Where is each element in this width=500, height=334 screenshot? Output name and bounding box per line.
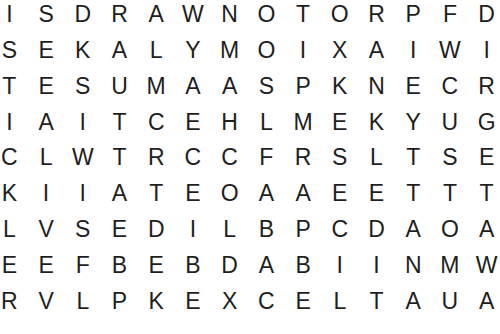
grid-cell-r8c1[interactable]: E	[0, 247, 28, 283]
grid-cell-r7c4[interactable]: E	[101, 212, 138, 248]
grid-cell-r2c13[interactable]: W	[432, 33, 469, 69]
grid-cell-r6c3[interactable]: I	[64, 176, 101, 212]
grid-cell-r7c1[interactable]: L	[0, 212, 28, 248]
grid-cell-r3c14[interactable]: R	[468, 69, 500, 105]
grid-cell-r6c2[interactable]: I	[28, 176, 65, 212]
grid-cell-r1c6[interactable]: W	[175, 0, 212, 33]
grid-cell-r2c1[interactable]: S	[0, 33, 28, 69]
grid-cell-r7c13[interactable]: O	[432, 212, 469, 248]
grid-cell-r8c10[interactable]: I	[321, 247, 358, 283]
grid-cell-r4c11[interactable]: K	[358, 104, 395, 140]
grid-cell-r5c5[interactable]: R	[138, 140, 175, 176]
grid-cell-r5c13[interactable]: S	[432, 140, 469, 176]
grid-cell-r3c4[interactable]: U	[101, 69, 138, 105]
grid-cell-r3c1[interactable]: T	[0, 69, 28, 105]
grid-cell-r3c3[interactable]: S	[64, 69, 101, 105]
grid-cell-r1c1[interactable]: I	[0, 0, 28, 33]
grid-cell-r5c10[interactable]: S	[321, 140, 358, 176]
grid-cell-r8c8[interactable]: A	[248, 247, 285, 283]
grid-cell-r3c11[interactable]: N	[358, 69, 395, 105]
grid-cell-r4c4[interactable]: T	[101, 104, 138, 140]
grid-cell-r7c9[interactable]: P	[285, 212, 322, 248]
grid-cell-r8c12[interactable]: N	[395, 247, 432, 283]
grid-cell-r8c9[interactable]: B	[285, 247, 322, 283]
grid-cell-r9c11[interactable]: T	[358, 283, 395, 319]
grid-cell-r4c5[interactable]: C	[138, 104, 175, 140]
grid-cell-r2c6[interactable]: Y	[175, 33, 212, 69]
grid-cell-r1c14[interactable]: D	[468, 0, 500, 33]
grid-cell-r9c3[interactable]: L	[64, 283, 101, 319]
grid-cell-r5c3[interactable]: W	[64, 140, 101, 176]
grid-cell-r1c11[interactable]: R	[358, 0, 395, 33]
grid-cell-r3c12[interactable]: E	[395, 69, 432, 105]
grid-cell-r4c3[interactable]: I	[64, 104, 101, 140]
grid-cell-r8c14[interactable]: W	[468, 247, 500, 283]
grid-cell-r5c8[interactable]: F	[248, 140, 285, 176]
grid-cell-r8c6[interactable]: B	[175, 247, 212, 283]
grid-cell-r9c6[interactable]: E	[175, 283, 212, 319]
grid-cell-r1c3[interactable]: D	[64, 0, 101, 33]
grid-cell-r9c9[interactable]: E	[285, 283, 322, 319]
grid-cell-r4c6[interactable]: E	[175, 104, 212, 140]
grid-cell-r9c12[interactable]: A	[395, 283, 432, 319]
grid-cell-r1c9[interactable]: T	[285, 0, 322, 33]
grid-cell-r5c2[interactable]: L	[28, 140, 65, 176]
grid-cell-r3c7[interactable]: A	[211, 69, 248, 105]
grid-cell-r9c13[interactable]: U	[432, 283, 469, 319]
grid-cell-r8c4[interactable]: B	[101, 247, 138, 283]
grid-cell-r6c6[interactable]: E	[175, 176, 212, 212]
grid-cell-r2c11[interactable]: A	[358, 33, 395, 69]
grid-cell-r1c13[interactable]: F	[432, 0, 469, 33]
grid-cell-r7c2[interactable]: V	[28, 212, 65, 248]
grid-cell-r9c8[interactable]: C	[248, 283, 285, 319]
grid-cell-r4c2[interactable]: A	[28, 104, 65, 140]
grid-cell-r2c12[interactable]: I	[395, 33, 432, 69]
grid-cell-r2c7[interactable]: M	[211, 33, 248, 69]
grid-cell-r8c2[interactable]: E	[28, 247, 65, 283]
grid-cell-r9c5[interactable]: K	[138, 283, 175, 319]
grid-cell-r4c9[interactable]: M	[285, 104, 322, 140]
grid-cell-r4c13[interactable]: U	[432, 104, 469, 140]
grid-cell-r8c3[interactable]: F	[64, 247, 101, 283]
word-search-grid: ISDRAWNOTORPFDSEKALYMOIXAIWITESUMAASPKNE…	[0, 0, 500, 319]
grid-cell-r1c7[interactable]: N	[211, 0, 248, 33]
grid-cell-r6c8[interactable]: A	[248, 176, 285, 212]
grid-cell-r9c2[interactable]: V	[28, 283, 65, 319]
grid-cell-r9c14[interactable]: A	[468, 283, 500, 319]
grid-cell-r6c4[interactable]: A	[101, 176, 138, 212]
grid-cell-r6c7[interactable]: O	[211, 176, 248, 212]
grid-cell-r7c12[interactable]: A	[395, 212, 432, 248]
grid-cell-r4c1[interactable]: I	[0, 104, 28, 140]
grid-cell-r3c5[interactable]: M	[138, 69, 175, 105]
grid-cell-r3c10[interactable]: K	[321, 69, 358, 105]
grid-cell-r5c6[interactable]: C	[175, 140, 212, 176]
grid-cell-r1c4[interactable]: R	[101, 0, 138, 33]
grid-cell-r6c11[interactable]: E	[358, 176, 395, 212]
grid-cell-r3c13[interactable]: C	[432, 69, 469, 105]
grid-cell-r4c7[interactable]: H	[211, 104, 248, 140]
grid-cell-r2c4[interactable]: A	[101, 33, 138, 69]
grid-cell-r7c14[interactable]: A	[468, 212, 500, 248]
grid-cell-r8c5[interactable]: E	[138, 247, 175, 283]
grid-cell-r8c13[interactable]: M	[432, 247, 469, 283]
grid-cell-r3c6[interactable]: A	[175, 69, 212, 105]
grid-cell-r6c13[interactable]: T	[432, 176, 469, 212]
grid-cell-r7c11[interactable]: D	[358, 212, 395, 248]
grid-cell-r5c12[interactable]: T	[395, 140, 432, 176]
grid-cell-r5c7[interactable]: C	[211, 140, 248, 176]
grid-cell-r2c9[interactable]: I	[285, 33, 322, 69]
grid-cell-r7c8[interactable]: B	[248, 212, 285, 248]
grid-cell-r2c10[interactable]: X	[321, 33, 358, 69]
grid-cell-r6c10[interactable]: E	[321, 176, 358, 212]
grid-cell-r4c14[interactable]: G	[468, 104, 500, 140]
grid-cell-r5c1[interactable]: C	[0, 140, 28, 176]
grid-cell-r2c2[interactable]: E	[28, 33, 65, 69]
grid-cell-r5c14[interactable]: E	[468, 140, 500, 176]
grid-cell-r4c10[interactable]: E	[321, 104, 358, 140]
grid-cell-r6c9[interactable]: A	[285, 176, 322, 212]
grid-cell-r7c10[interactable]: C	[321, 212, 358, 248]
grid-cell-r7c3[interactable]: S	[64, 212, 101, 248]
grid-cell-r1c8[interactable]: O	[248, 0, 285, 33]
grid-cell-r9c10[interactable]: L	[321, 283, 358, 319]
grid-cell-r5c9[interactable]: R	[285, 140, 322, 176]
grid-cell-r9c1[interactable]: R	[0, 283, 28, 319]
grid-cell-r7c5[interactable]: D	[138, 212, 175, 248]
grid-cell-r4c8[interactable]: L	[248, 104, 285, 140]
grid-cell-r1c12[interactable]: P	[395, 0, 432, 33]
grid-cell-r2c5[interactable]: L	[138, 33, 175, 69]
grid-cell-r6c5[interactable]: T	[138, 176, 175, 212]
grid-cell-r2c3[interactable]: K	[64, 33, 101, 69]
grid-cell-r8c7[interactable]: D	[211, 247, 248, 283]
grid-cell-r1c2[interactable]: S	[28, 0, 65, 33]
grid-cell-r3c2[interactable]: E	[28, 69, 65, 105]
grid-cell-r9c7[interactable]: X	[211, 283, 248, 319]
grid-cell-r3c9[interactable]: P	[285, 69, 322, 105]
grid-cell-r1c10[interactable]: O	[321, 0, 358, 33]
grid-cell-r7c7[interactable]: L	[211, 212, 248, 248]
grid-cell-r2c8[interactable]: O	[248, 33, 285, 69]
grid-cell-r6c12[interactable]: T	[395, 176, 432, 212]
grid-cell-r5c11[interactable]: L	[358, 140, 395, 176]
grid-cell-r2c14[interactable]: I	[468, 33, 500, 69]
grid-cell-r8c11[interactable]: I	[358, 247, 395, 283]
grid-cell-r4c12[interactable]: Y	[395, 104, 432, 140]
grid-cell-r5c4[interactable]: T	[101, 140, 138, 176]
grid-cell-r6c14[interactable]: T	[468, 176, 500, 212]
grid-cell-r1c5[interactable]: A	[138, 0, 175, 33]
grid-cell-r7c6[interactable]: I	[175, 212, 212, 248]
grid-cell-r6c1[interactable]: K	[0, 176, 28, 212]
grid-cell-r9c4[interactable]: P	[101, 283, 138, 319]
grid-cell-r3c8[interactable]: S	[248, 69, 285, 105]
